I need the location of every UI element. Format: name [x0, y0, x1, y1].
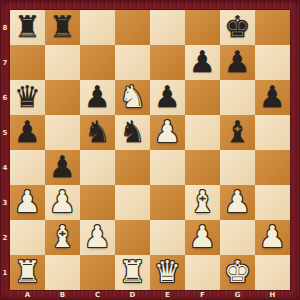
square-e5[interactable]: ♟: [150, 115, 185, 150]
square-c7[interactable]: [80, 45, 115, 80]
square-g2[interactable]: [220, 220, 255, 255]
piece-white-pawn: ♟: [189, 219, 216, 254]
rank-label-5: 5: [0, 115, 10, 150]
piece-black-knight: ♞: [119, 114, 146, 149]
rank-labels: 87654321: [0, 10, 10, 290]
square-g4[interactable]: [220, 150, 255, 185]
piece-white-pawn: ♟: [84, 219, 111, 254]
square-a2[interactable]: [10, 220, 45, 255]
square-b6[interactable]: [45, 80, 80, 115]
piece-black-knight: ♞: [84, 114, 111, 149]
square-a7[interactable]: [10, 45, 45, 80]
rank-label-1: 1: [0, 255, 10, 290]
rank-label-6: 6: [0, 80, 10, 115]
chess-board-frame: 87654321 ABCDEFGH ♜♜♚♟♟♛♟♞♟♟♟♞♞♟♝♟♟♟♝♟♝♟…: [0, 0, 300, 300]
piece-white-queen: ♛: [154, 254, 181, 289]
piece-white-pawn: ♟: [154, 114, 181, 149]
square-f1[interactable]: [185, 255, 220, 290]
square-e4[interactable]: [150, 150, 185, 185]
square-b1[interactable]: [45, 255, 80, 290]
piece-black-pawn: ♟: [154, 79, 181, 114]
square-b7[interactable]: [45, 45, 80, 80]
square-h3[interactable]: [255, 185, 290, 220]
piece-black-pawn: ♟: [84, 79, 111, 114]
square-b8[interactable]: ♜: [45, 10, 80, 45]
square-h2[interactable]: ♟: [255, 220, 290, 255]
square-e6[interactable]: ♟: [150, 80, 185, 115]
square-f6[interactable]: [185, 80, 220, 115]
square-a6[interactable]: ♛: [10, 80, 45, 115]
square-f4[interactable]: [185, 150, 220, 185]
square-b2[interactable]: ♝: [45, 220, 80, 255]
piece-black-pawn: ♟: [189, 44, 216, 79]
file-label-d: D: [115, 290, 150, 300]
square-c2[interactable]: ♟: [80, 220, 115, 255]
square-d1[interactable]: ♜: [115, 255, 150, 290]
square-d5[interactable]: ♞: [115, 115, 150, 150]
piece-black-pawn: ♟: [14, 114, 41, 149]
file-label-f: F: [185, 290, 220, 300]
rank-label-2: 2: [0, 220, 10, 255]
square-f7[interactable]: ♟: [185, 45, 220, 80]
piece-white-bishop: ♝: [49, 219, 76, 254]
square-c5[interactable]: ♞: [80, 115, 115, 150]
square-d7[interactable]: [115, 45, 150, 80]
piece-black-pawn: ♟: [224, 44, 251, 79]
square-a3[interactable]: ♟: [10, 185, 45, 220]
square-h1[interactable]: [255, 255, 290, 290]
file-label-g: G: [220, 290, 255, 300]
piece-white-pawn: ♟: [259, 219, 286, 254]
file-label-c: C: [80, 290, 115, 300]
rank-label-3: 3: [0, 185, 10, 220]
square-g7[interactable]: ♟: [220, 45, 255, 80]
square-a1[interactable]: ♜: [10, 255, 45, 290]
square-h4[interactable]: [255, 150, 290, 185]
square-c3[interactable]: [80, 185, 115, 220]
piece-white-pawn: ♟: [49, 184, 76, 219]
piece-black-rook: ♜: [49, 9, 76, 44]
piece-white-rook: ♜: [119, 254, 146, 289]
file-label-b: B: [45, 290, 80, 300]
chess-board: ♜♜♚♟♟♛♟♞♟♟♟♞♞♟♝♟♟♟♝♟♝♟♟♟♜♜♛♚: [10, 10, 290, 290]
square-h8[interactable]: [255, 10, 290, 45]
piece-black-pawn: ♟: [259, 79, 286, 114]
square-b5[interactable]: [45, 115, 80, 150]
square-d2[interactable]: [115, 220, 150, 255]
square-g8[interactable]: ♚: [220, 10, 255, 45]
rank-label-7: 7: [0, 45, 10, 80]
square-d3[interactable]: [115, 185, 150, 220]
square-h6[interactable]: ♟: [255, 80, 290, 115]
square-g6[interactable]: [220, 80, 255, 115]
rank-label-4: 4: [0, 150, 10, 185]
square-c8[interactable]: [80, 10, 115, 45]
square-d4[interactable]: [115, 150, 150, 185]
square-c1[interactable]: [80, 255, 115, 290]
square-f8[interactable]: [185, 10, 220, 45]
piece-black-queen: ♛: [14, 79, 41, 114]
square-c4[interactable]: [80, 150, 115, 185]
square-d8[interactable]: [115, 10, 150, 45]
piece-black-bishop: ♝: [224, 114, 251, 149]
square-f3[interactable]: ♝: [185, 185, 220, 220]
square-a4[interactable]: [10, 150, 45, 185]
square-b4[interactable]: ♟: [45, 150, 80, 185]
square-h7[interactable]: [255, 45, 290, 80]
rank-label-8: 8: [0, 10, 10, 45]
piece-black-rook: ♜: [14, 9, 41, 44]
piece-white-king: ♚: [224, 254, 251, 289]
piece-white-pawn: ♟: [224, 184, 251, 219]
file-labels: ABCDEFGH: [10, 290, 290, 300]
square-g5[interactable]: ♝: [220, 115, 255, 150]
piece-black-pawn: ♟: [49, 149, 76, 184]
square-e7[interactable]: [150, 45, 185, 80]
square-g3[interactable]: ♟: [220, 185, 255, 220]
square-b3[interactable]: ♟: [45, 185, 80, 220]
piece-white-bishop: ♝: [189, 184, 216, 219]
piece-black-king: ♚: [224, 9, 251, 44]
square-g1[interactable]: ♚: [220, 255, 255, 290]
file-label-a: A: [10, 290, 45, 300]
square-e3[interactable]: [150, 185, 185, 220]
square-d6[interactable]: ♞: [115, 80, 150, 115]
square-c6[interactable]: ♟: [80, 80, 115, 115]
square-a8[interactable]: ♜: [10, 10, 45, 45]
square-e2[interactable]: [150, 220, 185, 255]
piece-white-rook: ♜: [14, 254, 41, 289]
square-h5[interactable]: [255, 115, 290, 150]
square-f2[interactable]: ♟: [185, 220, 220, 255]
file-label-h: H: [255, 290, 290, 300]
square-e8[interactable]: [150, 10, 185, 45]
square-a5[interactable]: ♟: [10, 115, 45, 150]
square-f5[interactable]: [185, 115, 220, 150]
piece-white-pawn: ♟: [14, 184, 41, 219]
piece-white-knight: ♞: [119, 79, 146, 114]
square-e1[interactable]: ♛: [150, 255, 185, 290]
file-label-e: E: [150, 290, 185, 300]
